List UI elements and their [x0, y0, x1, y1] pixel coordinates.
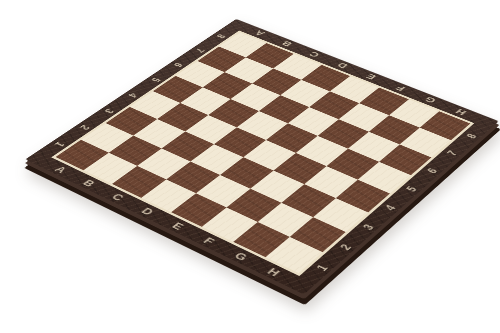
playing-field: [51, 31, 474, 276]
chessboard: ABCDEFGH ABCDEFGH 87654321 87654321: [97, 0, 435, 309]
board-frame: ABCDEFGH ABCDEFGH 87654321 87654321: [25, 19, 498, 295]
product-photo-background: ABCDEFGH ABCDEFGH 87654321 87654321: [0, 0, 500, 333]
